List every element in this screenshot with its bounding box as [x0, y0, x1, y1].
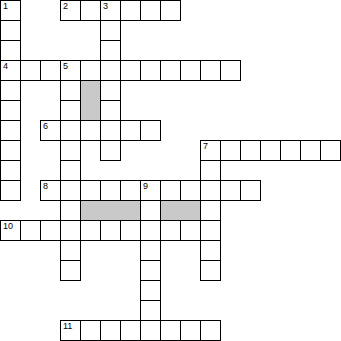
cell-r0c6[interactable]: [120, 0, 141, 21]
cell-r3c9[interactable]: [180, 60, 201, 81]
cell-r5c5[interactable]: [100, 100, 121, 121]
cell-r16c10[interactable]: [200, 320, 221, 341]
shaded-cell-r10c4: [80, 200, 101, 221]
cell-r3c11[interactable]: [220, 60, 241, 81]
cell-r12c7[interactable]: [140, 240, 161, 261]
cell-r9c12[interactable]: [240, 180, 261, 201]
cell-r7c16[interactable]: [320, 140, 341, 161]
cell-r1c5[interactable]: [100, 20, 121, 41]
cell-r3c10[interactable]: [200, 60, 221, 81]
cell-r7c14[interactable]: [280, 140, 301, 161]
clue-number-6: 6: [43, 122, 48, 131]
cell-r0c4[interactable]: [80, 0, 101, 21]
cell-r7c12[interactable]: [240, 140, 261, 161]
cell-r16c6[interactable]: [120, 320, 141, 341]
cell-r16c3[interactable]: 11: [60, 320, 81, 341]
cell-r11c5[interactable]: [100, 220, 121, 241]
cell-r3c0[interactable]: 4: [0, 60, 21, 81]
cell-r3c6[interactable]: [120, 60, 141, 81]
cell-r3c1[interactable]: [20, 60, 41, 81]
shaded-cell-r5c4: [80, 100, 101, 121]
cell-r4c0[interactable]: [0, 80, 21, 101]
cell-r9c2[interactable]: 8: [40, 180, 61, 201]
cell-r11c0[interactable]: 10: [0, 220, 21, 241]
cell-r6c5[interactable]: [100, 120, 121, 141]
clue-number-9: 9: [143, 182, 148, 191]
cell-r16c4[interactable]: [80, 320, 101, 341]
cell-r2c5[interactable]: [100, 40, 121, 61]
cell-r6c4[interactable]: [80, 120, 101, 141]
shaded-cell-r10c8: [160, 200, 181, 221]
cell-r1c0[interactable]: [0, 20, 21, 41]
cell-r0c0[interactable]: 1: [0, 0, 21, 21]
cell-r9c8[interactable]: [160, 180, 181, 201]
cell-r12c3[interactable]: [60, 240, 81, 261]
cell-r6c7[interactable]: [140, 120, 161, 141]
cell-r11c6[interactable]: [120, 220, 141, 241]
cell-r11c1[interactable]: [20, 220, 41, 241]
cell-r0c5[interactable]: 3: [100, 0, 121, 21]
cell-r9c3[interactable]: [60, 180, 81, 201]
shaded-cell-r10c6: [120, 200, 141, 221]
cell-r9c11[interactable]: [220, 180, 241, 201]
clue-number-10: 10: [3, 222, 13, 231]
cell-r13c3[interactable]: [60, 260, 81, 281]
cell-r9c6[interactable]: [120, 180, 141, 201]
cell-r10c10[interactable]: [200, 200, 221, 221]
cell-r0c8[interactable]: [160, 0, 181, 21]
cell-r9c5[interactable]: [100, 180, 121, 201]
cell-r0c7[interactable]: [140, 0, 161, 21]
cell-r5c3[interactable]: [60, 100, 81, 121]
cell-r7c5[interactable]: [100, 140, 121, 161]
clue-number-4: 4: [3, 62, 8, 71]
cell-r13c7[interactable]: [140, 260, 161, 281]
cell-r16c7[interactable]: [140, 320, 161, 341]
cell-r6c0[interactable]: [0, 120, 21, 141]
cell-r16c9[interactable]: [180, 320, 201, 341]
cell-r11c10[interactable]: [200, 220, 221, 241]
shaded-cell-r4c4: [80, 80, 101, 101]
cell-r10c7[interactable]: [140, 200, 161, 221]
cell-r5c0[interactable]: [0, 100, 21, 121]
cell-r11c4[interactable]: [80, 220, 101, 241]
cell-r9c10[interactable]: [200, 180, 221, 201]
cell-r11c9[interactable]: [180, 220, 201, 241]
cell-r8c0[interactable]: [0, 160, 21, 181]
clue-number-1: 1: [3, 2, 8, 11]
cell-r10c3[interactable]: [60, 200, 81, 221]
cell-r14c7[interactable]: [140, 280, 161, 301]
cell-r7c15[interactable]: [300, 140, 321, 161]
cell-r11c2[interactable]: [40, 220, 61, 241]
cell-r6c6[interactable]: [120, 120, 141, 141]
cell-r11c7[interactable]: [140, 220, 161, 241]
cell-r7c13[interactable]: [260, 140, 281, 161]
clue-number-8: 8: [43, 182, 48, 191]
clue-number-5: 5: [63, 62, 68, 71]
cell-r9c7[interactable]: 9: [140, 180, 161, 201]
cell-r3c4[interactable]: [80, 60, 101, 81]
clue-number-11: 11: [63, 322, 72, 331]
cell-r3c3[interactable]: 5: [60, 60, 81, 81]
cell-r3c5[interactable]: [100, 60, 121, 81]
cell-r3c7[interactable]: [140, 60, 161, 81]
clue-number-3: 3: [103, 2, 108, 11]
cell-r11c8[interactable]: [160, 220, 181, 241]
cell-r9c0[interactable]: [0, 180, 21, 201]
cell-r7c3[interactable]: [60, 140, 81, 161]
cell-r16c5[interactable]: [100, 320, 121, 341]
shaded-cell-r10c9: [180, 200, 201, 221]
cell-r7c0[interactable]: [0, 140, 21, 161]
cell-r6c3[interactable]: [60, 120, 81, 141]
cell-r4c5[interactable]: [100, 80, 121, 101]
cell-r2c0[interactable]: [0, 40, 21, 61]
cell-r7c10[interactable]: 7: [200, 140, 221, 161]
cell-r3c2[interactable]: [40, 60, 61, 81]
cell-r13c10[interactable]: [200, 260, 221, 281]
cell-r7c11[interactable]: [220, 140, 241, 161]
cell-r8c3[interactable]: [60, 160, 81, 181]
cell-r15c7[interactable]: [140, 300, 161, 321]
cell-r3c8[interactable]: [160, 60, 181, 81]
clue-number-2: 2: [63, 2, 68, 11]
cell-r4c3[interactable]: [60, 80, 81, 101]
cell-r0c3[interactable]: 2: [60, 0, 81, 21]
cell-r11c3[interactable]: [60, 220, 81, 241]
cell-r12c10[interactable]: [200, 240, 221, 261]
cell-r6c2[interactable]: 6: [40, 120, 61, 141]
clue-number-7: 7: [203, 142, 208, 151]
cell-r8c10[interactable]: [200, 160, 221, 181]
shaded-cell-r10c5: [100, 200, 121, 221]
cell-r16c8[interactable]: [160, 320, 181, 341]
crossword-grid: 1234567891011: [0, 0, 341, 341]
cell-r9c9[interactable]: [180, 180, 201, 201]
cell-r9c4[interactable]: [80, 180, 101, 201]
